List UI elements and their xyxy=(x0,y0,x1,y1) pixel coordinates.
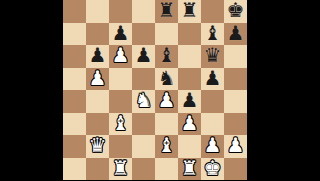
square-a7[interactable] xyxy=(63,23,86,46)
piece-white-pawn[interactable]: ♟ xyxy=(112,45,130,65)
square-e1[interactable] xyxy=(155,158,178,181)
square-g1[interactable]: ♚ xyxy=(201,158,224,181)
square-h1[interactable] xyxy=(224,158,247,181)
square-a3[interactable] xyxy=(63,113,86,136)
square-c1[interactable]: ♜ xyxy=(109,158,132,181)
square-g5[interactable]: ♟ xyxy=(201,68,224,91)
square-g4[interactable] xyxy=(201,90,224,113)
square-d6[interactable]: ♟ xyxy=(132,45,155,68)
piece-black-pawn[interactable]: ♟ xyxy=(204,68,222,88)
square-f7[interactable] xyxy=(178,23,201,46)
piece-black-rook[interactable]: ♜ xyxy=(158,0,176,20)
square-f4[interactable]: ♟ xyxy=(178,90,201,113)
piece-black-bishop[interactable]: ♝ xyxy=(204,23,222,43)
piece-black-king[interactable]: ♚ xyxy=(227,0,245,20)
piece-white-bishop[interactable]: ♝ xyxy=(112,113,130,133)
square-b1[interactable] xyxy=(86,158,109,181)
square-d8[interactable] xyxy=(132,0,155,23)
square-b8[interactable] xyxy=(86,0,109,23)
piece-white-bishop[interactable]: ♝ xyxy=(158,135,176,155)
square-e4[interactable]: ♟ xyxy=(155,90,178,113)
square-g2[interactable]: ♟ xyxy=(201,135,224,158)
square-h7[interactable]: ♟ xyxy=(224,23,247,46)
square-b3[interactable] xyxy=(86,113,109,136)
piece-white-rook[interactable]: ♜ xyxy=(112,158,130,178)
square-h3[interactable] xyxy=(224,113,247,136)
square-c2[interactable] xyxy=(109,135,132,158)
square-f8[interactable]: ♜ xyxy=(178,0,201,23)
square-f2[interactable] xyxy=(178,135,201,158)
square-f5[interactable] xyxy=(178,68,201,91)
piece-white-pawn[interactable]: ♟ xyxy=(227,135,245,155)
piece-white-pawn[interactable]: ♟ xyxy=(204,135,222,155)
square-a1[interactable] xyxy=(63,158,86,181)
square-e8[interactable]: ♜ xyxy=(155,0,178,23)
square-g8[interactable] xyxy=(201,0,224,23)
square-b7[interactable] xyxy=(86,23,109,46)
square-f6[interactable] xyxy=(178,45,201,68)
square-f3[interactable]: ♟ xyxy=(178,113,201,136)
square-e2[interactable]: ♝ xyxy=(155,135,178,158)
square-b6[interactable]: ♟ xyxy=(86,45,109,68)
piece-black-pawn[interactable]: ♟ xyxy=(227,23,245,43)
piece-black-pawn[interactable]: ♟ xyxy=(135,45,153,65)
square-c6[interactable]: ♟ xyxy=(109,45,132,68)
piece-white-pawn[interactable]: ♟ xyxy=(181,113,199,133)
square-a5[interactable] xyxy=(63,68,86,91)
square-a8[interactable] xyxy=(63,0,86,23)
piece-black-pawn[interactable]: ♟ xyxy=(181,90,199,110)
square-h4[interactable] xyxy=(224,90,247,113)
square-c8[interactable] xyxy=(109,0,132,23)
square-c3[interactable]: ♝ xyxy=(109,113,132,136)
square-b4[interactable] xyxy=(86,90,109,113)
piece-white-pawn[interactable]: ♟ xyxy=(89,68,107,88)
square-a4[interactable] xyxy=(63,90,86,113)
piece-white-queen[interactable]: ♛ xyxy=(89,135,107,155)
square-e6[interactable]: ♝ xyxy=(155,45,178,68)
square-a6[interactable] xyxy=(63,45,86,68)
square-e3[interactable] xyxy=(155,113,178,136)
square-h2[interactable]: ♟ xyxy=(224,135,247,158)
square-c7[interactable]: ♟ xyxy=(109,23,132,46)
square-d1[interactable] xyxy=(132,158,155,181)
square-e7[interactable] xyxy=(155,23,178,46)
piece-white-king[interactable]: ♚ xyxy=(204,158,222,178)
square-h6[interactable] xyxy=(224,45,247,68)
square-c4[interactable] xyxy=(109,90,132,113)
square-d3[interactable] xyxy=(132,113,155,136)
square-b5[interactable]: ♟ xyxy=(86,68,109,91)
piece-black-pawn[interactable]: ♟ xyxy=(89,45,107,65)
square-a2[interactable] xyxy=(63,135,86,158)
square-h8[interactable]: ♚ xyxy=(224,0,247,23)
square-d7[interactable] xyxy=(132,23,155,46)
square-b2[interactable]: ♛ xyxy=(86,135,109,158)
letterbox-right xyxy=(247,0,320,180)
piece-black-knight[interactable]: ♞ xyxy=(158,68,176,88)
chess-board: ♜♜♚♟♝♟♟♟♟♝♛♟♞♟♞♟♟♝♟♛♝♟♟♜♜♚ xyxy=(63,0,247,180)
square-f1[interactable]: ♜ xyxy=(178,158,201,181)
square-d4[interactable]: ♞ xyxy=(132,90,155,113)
piece-white-knight[interactable]: ♞ xyxy=(135,90,153,110)
square-g3[interactable] xyxy=(201,113,224,136)
piece-black-pawn[interactable]: ♟ xyxy=(112,23,130,43)
square-e5[interactable]: ♞ xyxy=(155,68,178,91)
square-g7[interactable]: ♝ xyxy=(201,23,224,46)
square-g6[interactable]: ♛ xyxy=(201,45,224,68)
letterbox-left xyxy=(0,0,63,180)
piece-black-bishop[interactable]: ♝ xyxy=(158,45,176,65)
piece-black-queen[interactable]: ♛ xyxy=(204,45,222,65)
piece-white-pawn[interactable]: ♟ xyxy=(158,90,176,110)
piece-black-rook[interactable]: ♜ xyxy=(181,0,199,20)
square-d5[interactable] xyxy=(132,68,155,91)
piece-white-rook[interactable]: ♜ xyxy=(181,158,199,178)
square-d2[interactable] xyxy=(132,135,155,158)
square-c5[interactable] xyxy=(109,68,132,91)
square-h5[interactable] xyxy=(224,68,247,91)
